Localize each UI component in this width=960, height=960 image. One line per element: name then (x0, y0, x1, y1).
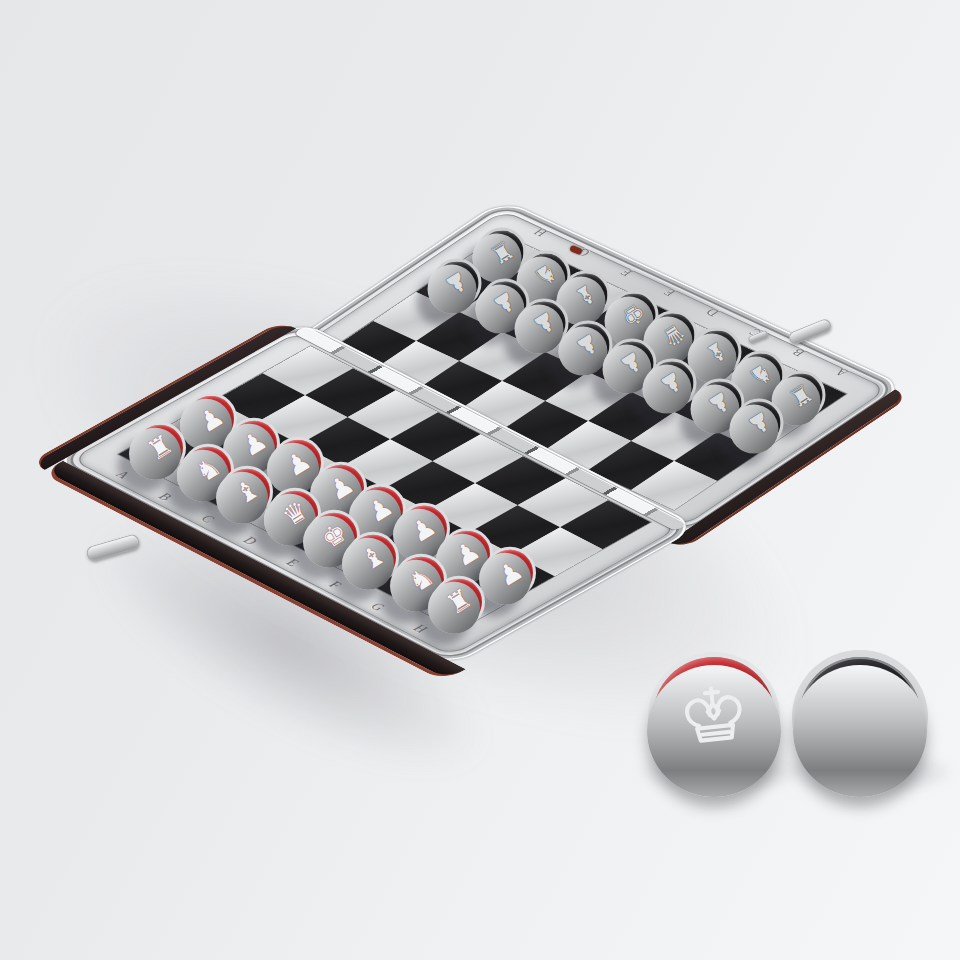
piece-glyph: ♟ (449, 536, 484, 572)
piece-glyph: ♟ (440, 267, 472, 300)
piece-glyph: ♝ (701, 336, 733, 369)
piece-glyph: ♟ (616, 346, 648, 379)
piece-glyph: ♝ (355, 540, 390, 576)
piece-glyph: ♛ (657, 318, 689, 351)
piece-black-pawn-f7: ♟ (647, 359, 696, 408)
piece-glyph: ♜ (486, 236, 518, 269)
piece-black-pawn-h7: ♟ (735, 399, 784, 448)
piece-glyph: ♜ (784, 379, 816, 412)
piece-glyph: ♟ (489, 286, 521, 319)
piece-glyph: ♟ (572, 329, 604, 362)
piece-glyph: ♟ (194, 401, 229, 437)
piece-glyph: ♜ (143, 430, 178, 466)
piece-glyph: ♞ (530, 258, 562, 291)
piece-glyph: ♟ (237, 426, 272, 462)
product-photo-scene: HGFEDCBA ABCDEFGH ♜♞♝♚♛♝♞♜♟♟♟♟♟♟♟♟ (0, 0, 960, 960)
detail-disc-red-king (648, 652, 780, 782)
piece-glyph: ♝ (230, 474, 265, 510)
detail-disc-black-back (792, 650, 928, 784)
clasp-left (85, 533, 141, 562)
piece-glyph: ♟ (280, 445, 315, 481)
piece-glyph: ♟ (528, 307, 560, 340)
piece-black-pawn-a7: ♟ (432, 259, 481, 308)
piece-glyph: ♜ (442, 584, 477, 620)
piece-glyph: ♟ (743, 407, 775, 440)
king-crown-icon (669, 675, 758, 759)
piece-glyph: ♟ (655, 367, 687, 400)
piece-black-bishop-c8: ♝ (561, 271, 610, 320)
piece-red-rook-h1: ♜ (433, 576, 485, 628)
piece-glyph: ♟ (493, 555, 528, 591)
piece-glyph: ♚ (618, 298, 650, 331)
piece-glyph: ♞ (745, 358, 777, 391)
piece-glyph: ♝ (569, 279, 601, 312)
piece-glyph: ♟ (406, 511, 441, 547)
piece-black-rook-h8: ♜ (776, 371, 825, 420)
piece-glyph: ♟ (704, 386, 736, 419)
piece-glyph: ♟ (362, 492, 397, 528)
piece-red-pawn-h2: ♟ (484, 547, 536, 599)
